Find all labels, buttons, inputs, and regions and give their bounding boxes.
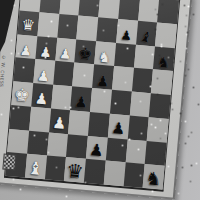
piece-black-pawn-e5: ♟	[96, 73, 110, 88]
piece-black-bishop-g7: ♝	[138, 29, 154, 46]
square-c7	[57, 14, 79, 39]
square-e5: ♟	[92, 64, 114, 89]
square-e4	[90, 88, 112, 113]
square-h2	[145, 141, 167, 166]
square-d8	[79, 0, 101, 17]
square-c6: ♟	[55, 37, 77, 62]
square-a7: ♛	[18, 10, 40, 35]
square-b3	[29, 107, 51, 132]
piece-white-pawn-c3: ♟	[52, 116, 67, 133]
piece-white-pawn-c6: ♟	[59, 47, 72, 61]
square-a2	[7, 129, 29, 154]
square-f4	[110, 90, 132, 115]
square-e2: ♟	[86, 135, 108, 160]
brand-logo-icon	[2, 153, 16, 170]
square-c4	[51, 85, 73, 110]
piece-white-pawn-b4: ♟	[34, 91, 49, 107]
square-c5	[53, 61, 75, 86]
square-g2	[125, 139, 147, 164]
square-e7	[96, 17, 118, 42]
square-e3	[88, 112, 110, 137]
square-d4: ♟	[70, 86, 92, 111]
piece-black-pawn-f3: ♟	[111, 121, 126, 138]
square-h3	[147, 117, 169, 142]
square-d1: ♛	[64, 157, 86, 182]
square-b6: ♟	[35, 36, 57, 61]
square-g1	[123, 163, 145, 188]
piece-black-knight-h6: ♞	[157, 55, 171, 70]
piece-black-knight-h1: ♞	[145, 169, 163, 188]
square-e8	[98, 0, 120, 19]
square-d6: ♚	[74, 39, 96, 64]
square-b2	[27, 130, 49, 155]
square-a5	[13, 58, 35, 83]
square-b4: ♟	[31, 83, 53, 108]
piece-white-king-a4: ♚	[14, 87, 31, 106]
square-d7	[77, 15, 99, 40]
square-f7: ♟	[116, 19, 138, 44]
piece-white-pawn-a6: ♟	[19, 44, 32, 58]
square-d2	[66, 134, 88, 159]
square-g4	[129, 92, 151, 117]
chessboard-photo: ♛♟♝♟♟♟♚♞♞♟♟♚♟♟♟♟♟♝♛♞ © W. CHESS	[0, 0, 200, 200]
square-b5: ♟	[33, 59, 55, 84]
square-g6	[134, 44, 156, 69]
square-e1	[84, 159, 106, 184]
square-g3	[127, 115, 149, 140]
piece-black-pawn-f7: ♟	[120, 29, 132, 43]
square-f8	[118, 0, 140, 21]
square-g5	[131, 68, 153, 93]
piece-white-pawn-b6: ♟	[39, 45, 52, 59]
piece-white-pawn-b5: ♟	[37, 68, 51, 83]
piece-white-queen-a7: ♛	[21, 18, 36, 34]
piece-black-king-d6: ♚	[77, 46, 93, 63]
square-c2	[47, 132, 69, 157]
piece-black-pawn-d4: ♟	[74, 95, 89, 111]
square-a4: ♚	[11, 81, 33, 106]
square-f5	[112, 66, 134, 91]
square-f6	[114, 42, 136, 67]
piece-white-bishop-b1: ♝	[27, 159, 45, 178]
square-h8	[157, 0, 179, 24]
piece-black-pawn-e2: ♟	[89, 142, 105, 159]
piece-white-knight-e6: ♞	[98, 49, 112, 64]
board-grid: ♛♟♝♟♟♟♚♞♞♟♟♚♟♟♟♟♟♝♛♞	[4, 0, 180, 192]
square-d3	[68, 110, 90, 135]
square-f3: ♟	[108, 113, 130, 138]
square-c1	[44, 156, 66, 181]
square-e6: ♞	[94, 41, 116, 66]
square-b1: ♝	[25, 154, 47, 179]
board-frame: ♛♟♝♟♟♟♚♞♞♟♟♚♟♟♟♟♟♝♛♞	[0, 0, 193, 200]
piece-black-queen-d1: ♛	[65, 161, 84, 182]
square-d5	[72, 63, 94, 88]
square-g8	[138, 0, 160, 22]
square-a6: ♟	[15, 34, 37, 59]
square-f1	[103, 161, 125, 186]
square-h6: ♞	[153, 46, 175, 71]
square-b7	[37, 12, 59, 37]
square-h1: ♞	[143, 164, 165, 189]
square-a3	[9, 105, 31, 130]
square-g7: ♝	[136, 21, 158, 46]
square-h5	[151, 70, 173, 95]
square-h4	[149, 93, 171, 118]
square-h7	[155, 22, 177, 47]
square-c3: ♟	[49, 108, 71, 133]
square-f2	[106, 137, 128, 162]
